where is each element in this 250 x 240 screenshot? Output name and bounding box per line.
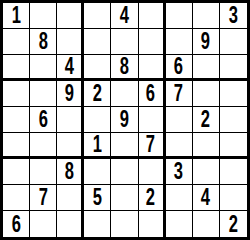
- cell-r3c9[interactable]: [220, 55, 247, 81]
- given-digit: 8: [39, 30, 48, 53]
- cell-r5c8[interactable]: 2: [193, 107, 220, 133]
- sudoku-board: 1438948692676921783752462: [0, 0, 250, 240]
- cell-r1c6[interactable]: [139, 3, 166, 29]
- cell-r1c9[interactable]: 3: [220, 3, 247, 29]
- cell-r2c9[interactable]: [220, 29, 247, 55]
- cell-r9c5[interactable]: [111, 211, 138, 237]
- given-digit: 3: [174, 160, 183, 183]
- cell-r8c5[interactable]: [111, 185, 138, 211]
- given-digit: 6: [39, 108, 48, 131]
- cell-r9c8[interactable]: [193, 211, 220, 237]
- given-digit: 3: [229, 4, 238, 27]
- cell-r5c3[interactable]: [57, 107, 84, 133]
- given-digit: 9: [65, 82, 74, 105]
- cell-r3c7[interactable]: 6: [166, 55, 193, 81]
- cell-r3c2[interactable]: [30, 55, 57, 81]
- cell-r5c4[interactable]: [84, 107, 111, 133]
- cell-r6c4[interactable]: 1: [84, 133, 111, 159]
- cell-r7c7[interactable]: 3: [166, 159, 193, 185]
- cell-r4c6[interactable]: 6: [139, 81, 166, 107]
- cell-r3c4[interactable]: [84, 55, 111, 81]
- cell-r4c4[interactable]: 2: [84, 81, 111, 107]
- given-digit: 8: [120, 55, 129, 78]
- cell-r9c1[interactable]: 6: [3, 211, 30, 237]
- cell-r1c1[interactable]: 1: [3, 3, 30, 29]
- cell-r2c2[interactable]: 8: [30, 29, 57, 55]
- cell-r8c7[interactable]: [166, 185, 193, 211]
- cell-r1c7[interactable]: [166, 3, 193, 29]
- cell-r8c6[interactable]: 2: [139, 185, 166, 211]
- cell-r5c1[interactable]: [3, 107, 30, 133]
- cell-r1c8[interactable]: [193, 3, 220, 29]
- cell-r6c2[interactable]: [30, 133, 57, 159]
- cell-r9c7[interactable]: [166, 211, 193, 237]
- cell-r1c5[interactable]: 4: [111, 3, 138, 29]
- cell-r5c5[interactable]: 9: [111, 107, 138, 133]
- cell-r6c8[interactable]: [193, 133, 220, 159]
- given-digit: 4: [201, 186, 210, 209]
- given-digit: 1: [11, 4, 20, 27]
- given-digit: 6: [11, 213, 20, 236]
- given-digit: 6: [146, 82, 155, 105]
- cell-r3c5[interactable]: 8: [111, 55, 138, 81]
- cell-r7c6[interactable]: [139, 159, 166, 185]
- given-digit: 9: [201, 30, 210, 53]
- cell-r6c1[interactable]: [3, 133, 30, 159]
- cell-r4c7[interactable]: 7: [166, 81, 193, 107]
- cell-r6c3[interactable]: [57, 133, 84, 159]
- given-digit: 2: [229, 213, 238, 236]
- cell-r8c9[interactable]: [220, 185, 247, 211]
- cell-r8c1[interactable]: [3, 185, 30, 211]
- cell-r8c2[interactable]: 7: [30, 185, 57, 211]
- cell-r7c4[interactable]: [84, 159, 111, 185]
- cell-r1c3[interactable]: [57, 3, 84, 29]
- cell-r9c2[interactable]: [30, 211, 57, 237]
- cell-r8c4[interactable]: 5: [84, 185, 111, 211]
- given-digit: 8: [65, 160, 74, 183]
- cell-r5c9[interactable]: [220, 107, 247, 133]
- cell-r4c9[interactable]: [220, 81, 247, 107]
- given-digit: 1: [93, 133, 102, 156]
- cell-r7c9[interactable]: [220, 159, 247, 185]
- given-digit: 7: [174, 82, 183, 105]
- given-digit: 4: [120, 4, 129, 27]
- cell-r1c4[interactable]: [84, 3, 111, 29]
- given-digit: 5: [93, 186, 102, 209]
- cell-r3c3[interactable]: 4: [57, 55, 84, 81]
- cell-r6c7[interactable]: [166, 133, 193, 159]
- cell-r8c3[interactable]: [57, 185, 84, 211]
- cell-r4c5[interactable]: [111, 81, 138, 107]
- given-digit: 7: [39, 186, 48, 209]
- cell-r6c5[interactable]: [111, 133, 138, 159]
- given-digit: 4: [65, 55, 74, 78]
- cell-r2c1[interactable]: [3, 29, 30, 55]
- cell-r2c6[interactable]: [139, 29, 166, 55]
- cell-r5c2[interactable]: 6: [30, 107, 57, 133]
- cell-r7c1[interactable]: [3, 159, 30, 185]
- cell-r6c6[interactable]: 7: [139, 133, 166, 159]
- cell-r8c8[interactable]: 4: [193, 185, 220, 211]
- cell-r1c2[interactable]: [30, 3, 57, 29]
- cell-r2c5[interactable]: [111, 29, 138, 55]
- cell-r5c7[interactable]: [166, 107, 193, 133]
- cell-r6c9[interactable]: [220, 133, 247, 159]
- given-digit: 2: [201, 108, 210, 131]
- given-digit: 2: [146, 186, 155, 209]
- cell-r4c1[interactable]: [3, 81, 30, 107]
- cell-r9c3[interactable]: [57, 211, 84, 237]
- cell-r2c8[interactable]: 9: [193, 29, 220, 55]
- cell-r5c6[interactable]: [139, 107, 166, 133]
- cell-r7c8[interactable]: [193, 159, 220, 185]
- cell-r9c9[interactable]: 2: [220, 211, 247, 237]
- cell-r9c6[interactable]: [139, 211, 166, 237]
- cell-r9c4[interactable]: [84, 211, 111, 237]
- given-digit: 6: [174, 55, 183, 78]
- given-digit: 7: [146, 133, 155, 156]
- cell-r4c3[interactable]: 9: [57, 81, 84, 107]
- cell-r2c3[interactable]: [57, 29, 84, 55]
- cell-r7c2[interactable]: [30, 159, 57, 185]
- cell-r7c3[interactable]: 8: [57, 159, 84, 185]
- cell-r2c7[interactable]: [166, 29, 193, 55]
- cell-r3c1[interactable]: [3, 55, 30, 81]
- given-digit: 2: [93, 82, 102, 105]
- cell-r4c2[interactable]: [30, 81, 57, 107]
- cell-r4c8[interactable]: [193, 81, 220, 107]
- cell-r3c6[interactable]: [139, 55, 166, 81]
- cell-r7c5[interactable]: [111, 159, 138, 185]
- cell-r3c8[interactable]: [193, 55, 220, 81]
- given-digit: 9: [120, 108, 129, 131]
- cell-r2c4[interactable]: [84, 29, 111, 55]
